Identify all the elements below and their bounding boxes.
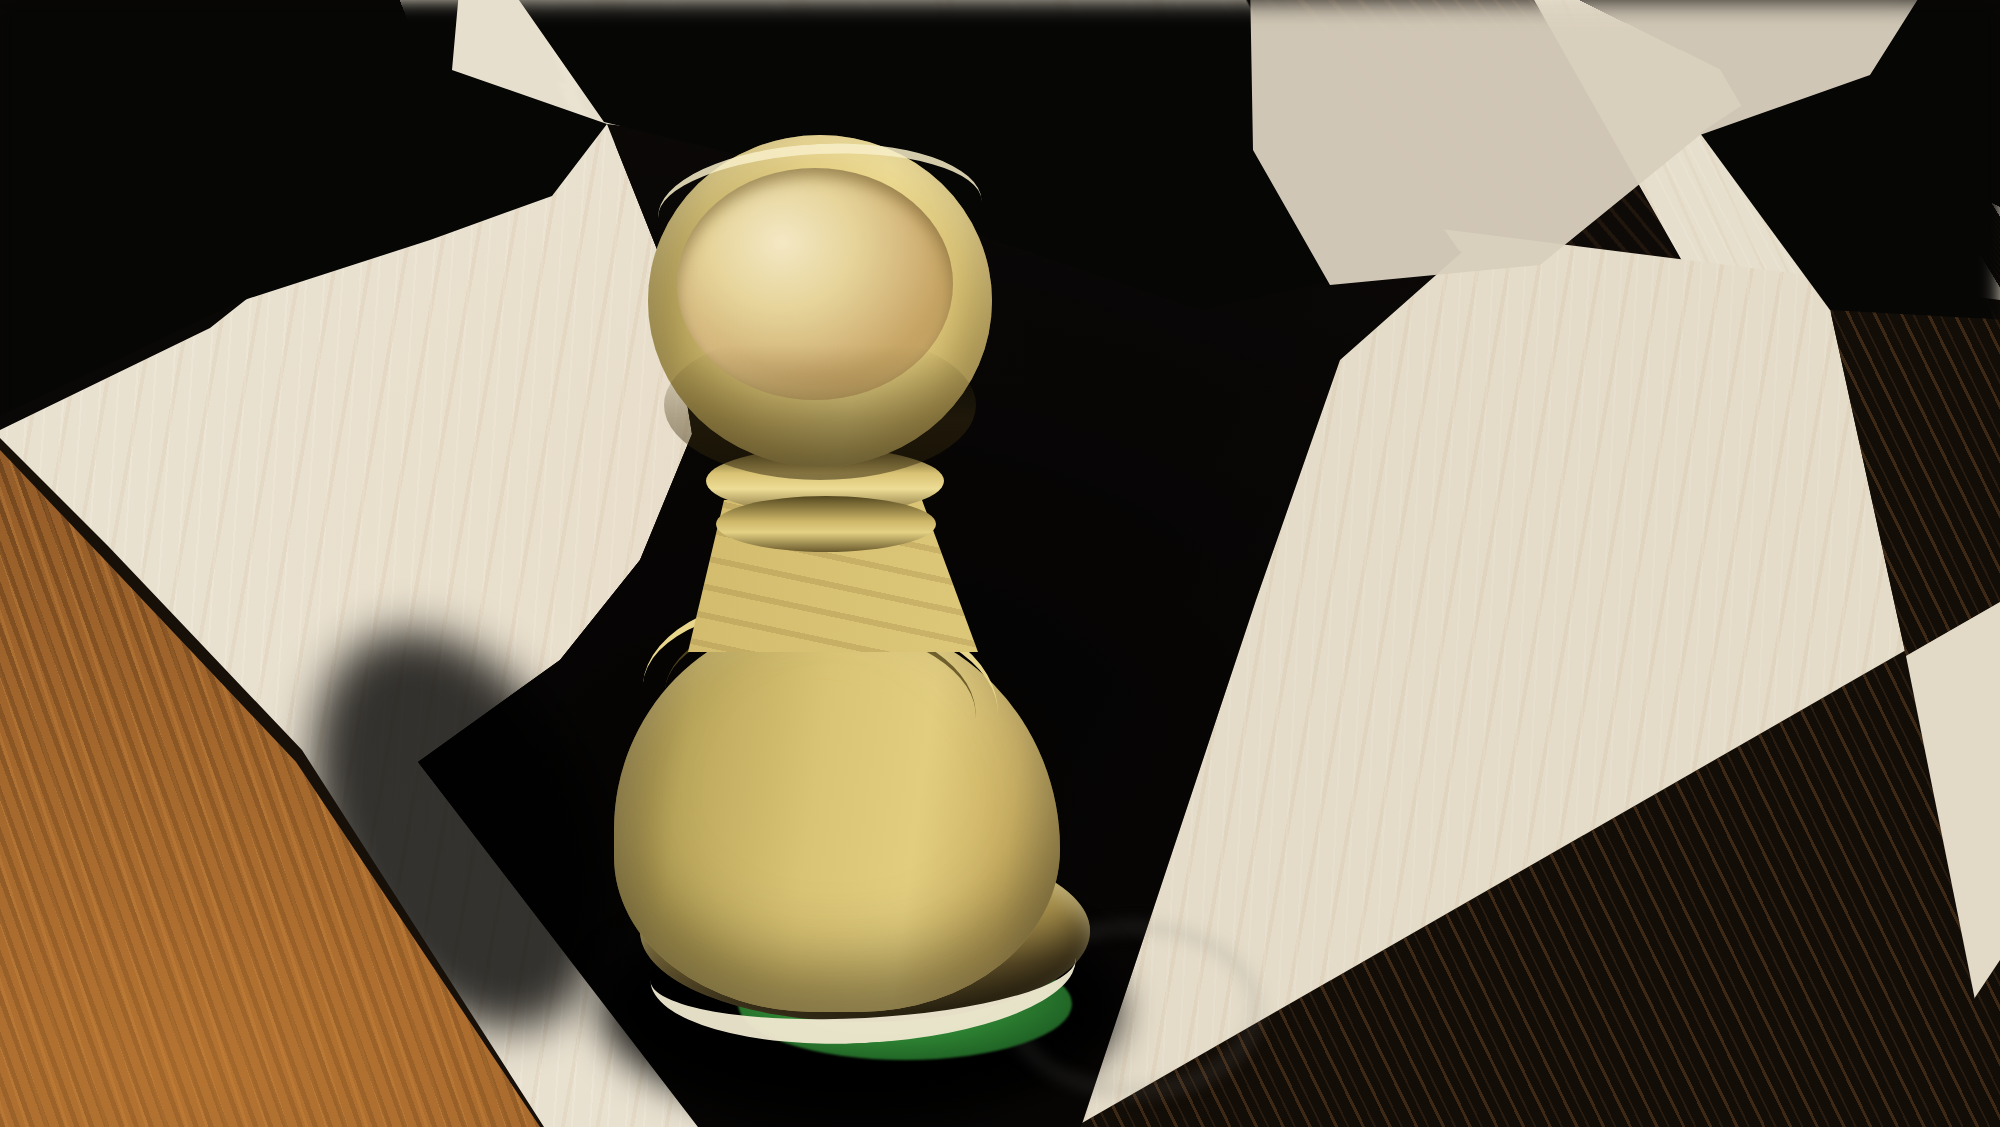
white-rook-piece[interactable]: ♜ [0,0,2000,1127]
rook-collar-ring-lower [716,496,936,552]
rook-crown-underside-shade [664,330,976,480]
board-photo: ♜ [0,0,2000,1127]
